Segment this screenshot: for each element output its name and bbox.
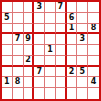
cell-r2c1: 5 bbox=[2, 13, 13, 24]
cell-r5c8[interactable] bbox=[77, 45, 88, 56]
cell-r4c1[interactable] bbox=[2, 34, 13, 45]
cell-r4c8: 3 bbox=[77, 34, 88, 45]
cell-r4c9[interactable] bbox=[88, 34, 99, 45]
cell-r6c2[interactable] bbox=[13, 56, 24, 67]
cell-r7c3[interactable] bbox=[24, 67, 35, 78]
cell-r7c9[interactable] bbox=[88, 67, 99, 78]
cell-r7c4: 7 bbox=[34, 67, 45, 78]
cell-r7c6[interactable] bbox=[56, 67, 67, 78]
cell-r8c7[interactable] bbox=[67, 77, 78, 88]
cell-r7c2[interactable] bbox=[13, 67, 24, 78]
cell-r5c9[interactable] bbox=[88, 45, 99, 56]
cell-r9c6[interactable] bbox=[56, 88, 67, 99]
cell-r2c9[interactable] bbox=[88, 13, 99, 24]
cell-r4c7[interactable] bbox=[67, 34, 78, 45]
cell-r8c9: 4 bbox=[88, 77, 99, 88]
cell-r6c7[interactable] bbox=[67, 56, 78, 67]
cell-r7c5[interactable] bbox=[45, 67, 56, 78]
cell-r9c5[interactable] bbox=[45, 88, 56, 99]
cell-r3c6[interactable] bbox=[56, 24, 67, 35]
cell-r2c7: 6 bbox=[67, 13, 78, 24]
cell-r3c1[interactable] bbox=[2, 24, 13, 35]
cell-r1c1[interactable] bbox=[2, 2, 13, 13]
cell-r6c6[interactable] bbox=[56, 56, 67, 67]
cell-r1c7[interactable] bbox=[67, 2, 78, 13]
cell-r2c3[interactable] bbox=[24, 13, 35, 24]
sudoku-board: 37561879312725184 bbox=[0, 0, 101, 101]
cell-r4c3: 9 bbox=[24, 34, 35, 45]
cell-r2c5[interactable] bbox=[45, 13, 56, 24]
cell-r4c2: 7 bbox=[13, 34, 24, 45]
cell-r2c2[interactable] bbox=[13, 13, 24, 24]
cell-r6c1[interactable] bbox=[2, 56, 13, 67]
cell-r3c4[interactable] bbox=[34, 24, 45, 35]
cell-r2c8[interactable] bbox=[77, 13, 88, 24]
cell-r1c5[interactable] bbox=[45, 2, 56, 13]
cell-r9c2[interactable] bbox=[13, 88, 24, 99]
cell-r9c7[interactable] bbox=[67, 88, 78, 99]
cell-r1c8[interactable] bbox=[77, 2, 88, 13]
cell-r8c5[interactable] bbox=[45, 77, 56, 88]
cell-r3c2[interactable] bbox=[13, 24, 24, 35]
cell-r9c1[interactable] bbox=[2, 88, 13, 99]
cell-r4c6[interactable] bbox=[56, 34, 67, 45]
cell-r5c3[interactable] bbox=[24, 45, 35, 56]
cell-r8c6[interactable] bbox=[56, 77, 67, 88]
cell-r9c4[interactable] bbox=[34, 88, 45, 99]
cell-r9c9[interactable] bbox=[88, 88, 99, 99]
cell-r8c2: 8 bbox=[13, 77, 24, 88]
cell-r3c8[interactable] bbox=[77, 24, 88, 35]
cell-r6c4[interactable] bbox=[34, 56, 45, 67]
cell-r5c4[interactable] bbox=[34, 45, 45, 56]
cell-r9c8[interactable] bbox=[77, 88, 88, 99]
cell-r7c1[interactable] bbox=[2, 67, 13, 78]
cell-r5c5: 1 bbox=[45, 45, 56, 56]
cell-r8c4[interactable] bbox=[34, 77, 45, 88]
cell-r3c3[interactable] bbox=[24, 24, 35, 35]
cell-r8c1: 1 bbox=[2, 77, 13, 88]
cell-r2c6[interactable] bbox=[56, 13, 67, 24]
cell-r5c1[interactable] bbox=[2, 45, 13, 56]
cell-r4c5[interactable] bbox=[45, 34, 56, 45]
cell-r5c7[interactable] bbox=[67, 45, 78, 56]
cell-r4c4[interactable] bbox=[34, 34, 45, 45]
cell-r7c7: 2 bbox=[67, 67, 78, 78]
cell-r1c4: 3 bbox=[34, 2, 45, 13]
cell-r3c5[interactable] bbox=[45, 24, 56, 35]
cell-r6c8[interactable] bbox=[77, 56, 88, 67]
cell-r1c3[interactable] bbox=[24, 2, 35, 13]
cell-r8c3[interactable] bbox=[24, 77, 35, 88]
cell-r6c9[interactable] bbox=[88, 56, 99, 67]
cell-r3c7: 1 bbox=[67, 24, 78, 35]
cell-r1c2[interactable] bbox=[13, 2, 24, 13]
cell-r7c8: 5 bbox=[77, 67, 88, 78]
cell-r5c2[interactable] bbox=[13, 45, 24, 56]
cell-r1c9[interactable] bbox=[88, 2, 99, 13]
cell-r9c3[interactable] bbox=[24, 88, 35, 99]
cell-r3c9: 8 bbox=[88, 24, 99, 35]
cell-r8c8[interactable] bbox=[77, 77, 88, 88]
cell-r6c3: 2 bbox=[24, 56, 35, 67]
cell-r1c6: 7 bbox=[56, 2, 67, 13]
cell-r5c6[interactable] bbox=[56, 45, 67, 56]
cell-r6c5[interactable] bbox=[45, 56, 56, 67]
cell-r2c4[interactable] bbox=[34, 13, 45, 24]
